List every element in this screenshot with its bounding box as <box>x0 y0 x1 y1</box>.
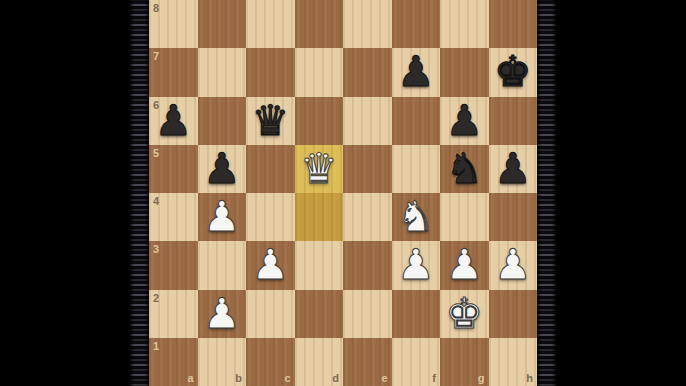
square-b1[interactable]: b <box>198 338 247 386</box>
white-knight-piece[interactable]: ♞ <box>397 193 435 241</box>
square-d3[interactable] <box>295 241 344 289</box>
square-e6[interactable] <box>343 97 392 145</box>
square-b3[interactable] <box>198 241 247 289</box>
square-f7[interactable]: ♟ <box>392 48 441 96</box>
black-pawn-piece[interactable]: ♟ <box>445 97 483 145</box>
square-d1[interactable]: d <box>295 338 344 386</box>
square-h4[interactable] <box>489 193 538 241</box>
white-pawn-piece[interactable]: ♟ <box>494 241 532 289</box>
file-label-d: d <box>332 373 339 384</box>
square-c7[interactable] <box>246 48 295 96</box>
film-strip-texture-left <box>130 0 149 386</box>
black-knight-piece[interactable]: ♞ <box>445 145 483 193</box>
file-label-e: e <box>381 373 387 384</box>
file-label-a: a <box>187 373 193 384</box>
square-c4[interactable] <box>246 193 295 241</box>
white-king-piece[interactable]: ♚ <box>445 290 483 338</box>
square-b8[interactable] <box>198 0 247 48</box>
white-pawn-piece[interactable]: ♟ <box>397 241 435 289</box>
square-g8[interactable] <box>440 0 489 48</box>
square-d8[interactable] <box>295 0 344 48</box>
square-c1[interactable]: c <box>246 338 295 386</box>
square-a6[interactable]: 6♟ <box>149 97 198 145</box>
square-b4[interactable]: ♟ <box>198 193 247 241</box>
square-e2[interactable] <box>343 290 392 338</box>
square-h3[interactable]: ♟ <box>489 241 538 289</box>
file-label-h: h <box>526 373 533 384</box>
square-g2[interactable]: ♚ <box>440 290 489 338</box>
square-g7[interactable] <box>440 48 489 96</box>
square-f3[interactable]: ♟ <box>392 241 441 289</box>
square-h7[interactable]: ♚ <box>489 48 538 96</box>
black-pawn-piece[interactable]: ♟ <box>397 48 435 96</box>
file-label-c: c <box>284 373 290 384</box>
square-g4[interactable] <box>440 193 489 241</box>
square-c2[interactable] <box>246 290 295 338</box>
file-label-b: b <box>235 373 242 384</box>
square-g3[interactable]: ♟ <box>440 241 489 289</box>
square-a8[interactable]: 8 <box>149 0 198 48</box>
square-g5[interactable]: ♞ <box>440 145 489 193</box>
rank-label-4: 4 <box>153 196 159 207</box>
square-a5[interactable]: 5 <box>149 145 198 193</box>
white-pawn-piece[interactable]: ♟ <box>445 241 483 289</box>
square-f8[interactable] <box>392 0 441 48</box>
black-king-piece[interactable]: ♚ <box>494 48 532 96</box>
square-h8[interactable] <box>489 0 538 48</box>
square-h5[interactable]: ♟ <box>489 145 538 193</box>
square-f6[interactable] <box>392 97 441 145</box>
square-c6[interactable]: ♛ <box>246 97 295 145</box>
square-b7[interactable] <box>198 48 247 96</box>
file-label-f: f <box>432 373 436 384</box>
square-a4[interactable]: 4 <box>149 193 198 241</box>
square-b2[interactable]: ♟ <box>198 290 247 338</box>
rank-label-3: 3 <box>153 244 159 255</box>
rank-label-8: 8 <box>153 3 159 14</box>
square-h2[interactable] <box>489 290 538 338</box>
video-frame: 87♟♚6♟♛♟5♟♛♞♟4♟♞3♟♟♟♟2♟♚1abcdefgh <box>0 0 686 386</box>
square-f5[interactable] <box>392 145 441 193</box>
film-strip-texture-right <box>537 0 556 386</box>
rank-label-2: 2 <box>153 293 159 304</box>
black-pawn-piece[interactable]: ♟ <box>203 145 241 193</box>
square-a7[interactable]: 7 <box>149 48 198 96</box>
square-e3[interactable] <box>343 241 392 289</box>
black-pawn-piece[interactable]: ♟ <box>494 145 532 193</box>
black-pawn-piece[interactable]: ♟ <box>154 97 192 145</box>
square-a2[interactable]: 2 <box>149 290 198 338</box>
white-queen-piece[interactable]: ♛ <box>300 145 338 193</box>
square-c3[interactable]: ♟ <box>246 241 295 289</box>
square-d5[interactable]: ♛ <box>295 145 344 193</box>
rank-label-1: 1 <box>153 341 159 352</box>
white-pawn-piece[interactable]: ♟ <box>251 241 289 289</box>
rank-label-7: 7 <box>153 51 159 62</box>
square-h6[interactable] <box>489 97 538 145</box>
white-pawn-piece[interactable]: ♟ <box>203 193 241 241</box>
square-g1[interactable]: g <box>440 338 489 386</box>
square-a3[interactable]: 3 <box>149 241 198 289</box>
square-e4[interactable] <box>343 193 392 241</box>
square-e7[interactable] <box>343 48 392 96</box>
file-label-g: g <box>478 373 485 384</box>
chess-board: 87♟♚6♟♛♟5♟♛♞♟4♟♞3♟♟♟♟2♟♚1abcdefgh <box>149 0 537 386</box>
square-d4[interactable] <box>295 193 344 241</box>
square-f1[interactable]: f <box>392 338 441 386</box>
square-c5[interactable] <box>246 145 295 193</box>
square-h1[interactable]: h <box>489 338 538 386</box>
square-d2[interactable] <box>295 290 344 338</box>
square-d6[interactable] <box>295 97 344 145</box>
square-d7[interactable] <box>295 48 344 96</box>
square-f2[interactable] <box>392 290 441 338</box>
black-queen-piece[interactable]: ♛ <box>251 97 289 145</box>
rank-label-5: 5 <box>153 148 159 159</box>
square-e1[interactable]: e <box>343 338 392 386</box>
square-g6[interactable]: ♟ <box>440 97 489 145</box>
square-c8[interactable] <box>246 0 295 48</box>
square-f4[interactable]: ♞ <box>392 193 441 241</box>
white-pawn-piece[interactable]: ♟ <box>203 290 241 338</box>
square-b6[interactable] <box>198 97 247 145</box>
square-e8[interactable] <box>343 0 392 48</box>
square-a1[interactable]: 1a <box>149 338 198 386</box>
square-e5[interactable] <box>343 145 392 193</box>
square-b5[interactable]: ♟ <box>198 145 247 193</box>
